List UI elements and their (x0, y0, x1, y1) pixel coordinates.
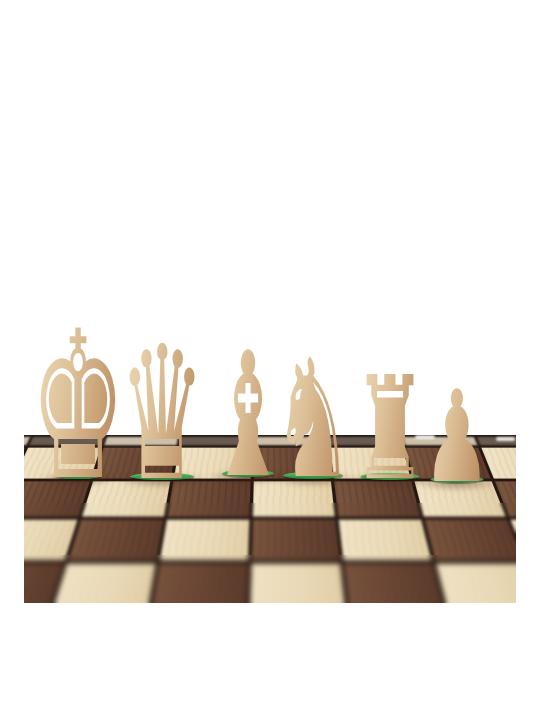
white-king-piece: ♚ (30, 304, 126, 509)
depth-of-field-overlay (24, 555, 516, 603)
white-knight-piece: ♞ (272, 338, 354, 502)
white-pawn-piece: ♟ (423, 374, 491, 501)
white-rook-piece: ♜ (353, 357, 427, 500)
product-photo: ♚ ♛ ♝ ♞ ♜ ♟ (24, 0, 516, 603)
white-queen-piece: ♛ (119, 322, 205, 507)
far-edge-mark (496, 437, 515, 441)
